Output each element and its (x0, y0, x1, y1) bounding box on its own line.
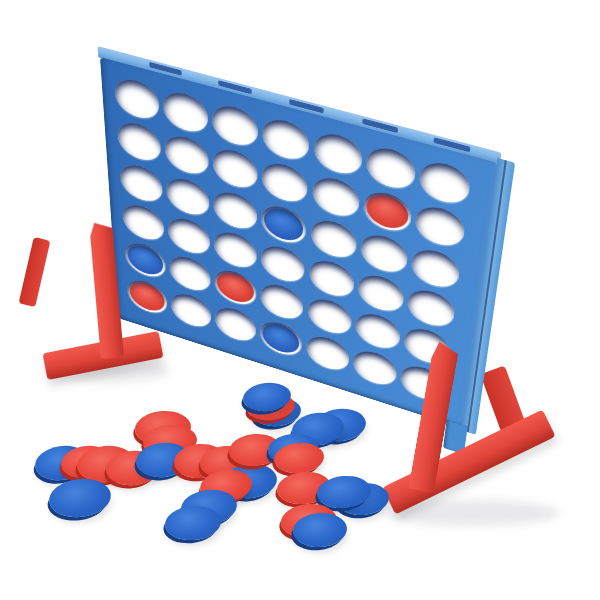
blue-disc-scattered[interactable] (164, 504, 223, 543)
red-disc-in-board[interactable] (129, 278, 165, 315)
blue-disc-in-board[interactable] (263, 320, 300, 357)
blue-disc-in-board[interactable] (264, 204, 304, 245)
red-disc-in-board[interactable] (366, 190, 410, 233)
holes-grid (111, 70, 475, 408)
left-stand-rear-leg (19, 237, 51, 307)
red-disc-in-board[interactable] (217, 269, 254, 307)
product-photo-scene (0, 0, 600, 600)
